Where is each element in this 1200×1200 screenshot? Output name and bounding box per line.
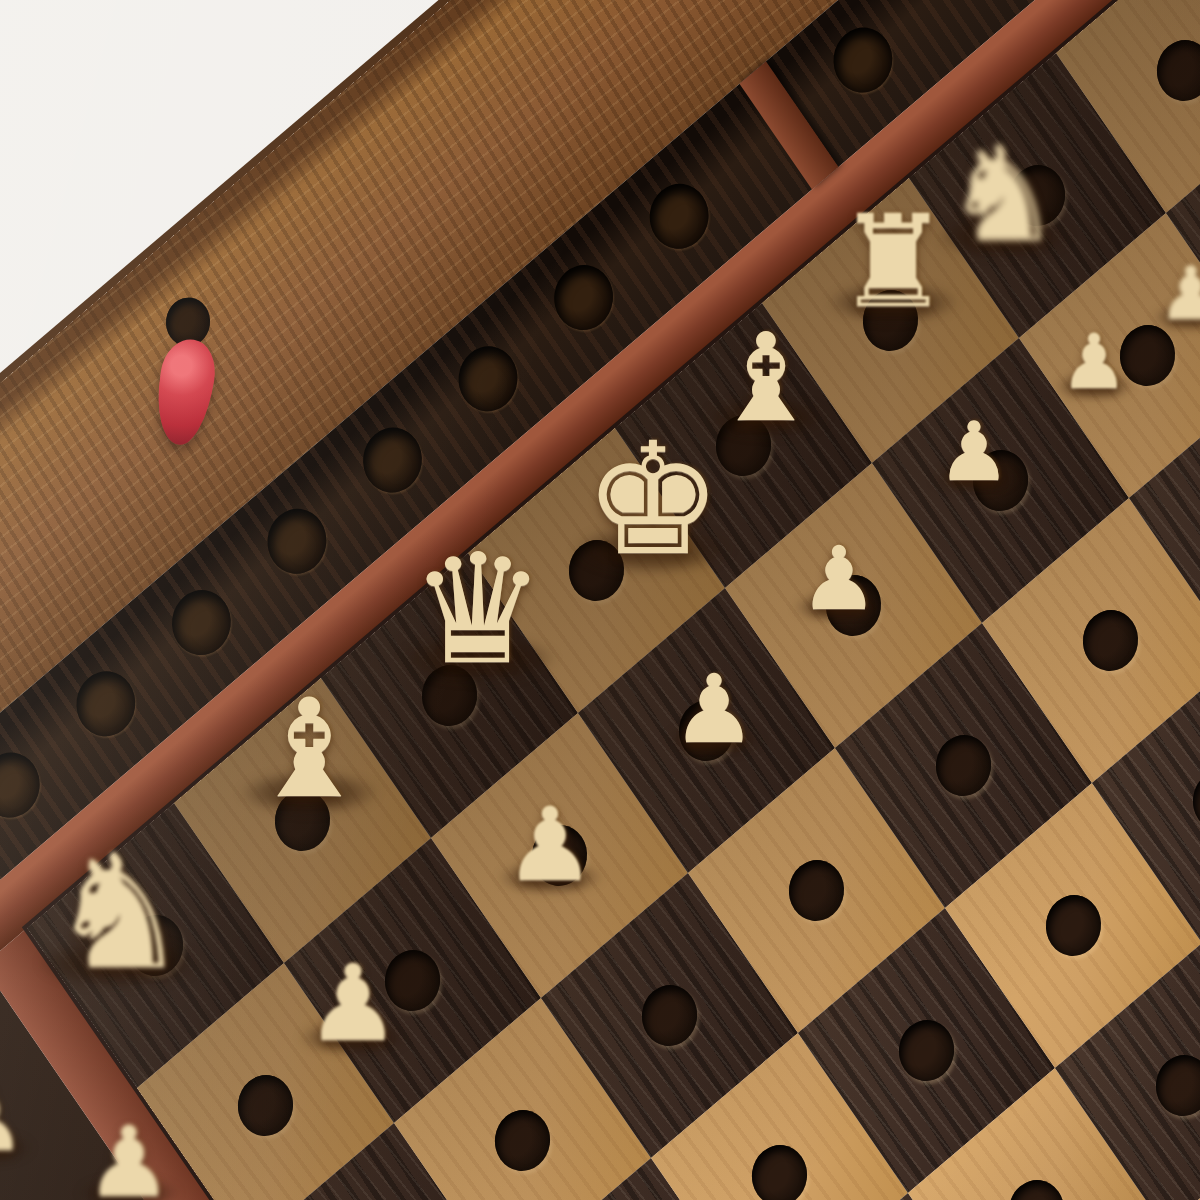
piece-knight-g1[interactable]: ♞ bbox=[944, 128, 1062, 260]
piece-knight-a1[interactable]: ♞ bbox=[48, 833, 190, 991]
piece-pawn-c2[interactable]: ♟ bbox=[671, 662, 756, 757]
pawn-glyph: ♟ bbox=[1158, 256, 1200, 330]
knight-glyph: ♞ bbox=[944, 128, 1062, 260]
piece-pawn-a2[interactable]: ♟ bbox=[305, 951, 400, 1057]
pawn-glyph: ♟ bbox=[1060, 324, 1128, 400]
travel-chess-set-photo: ♞♜♟♟♝♟♚♟♛♟♝♟♞♟♟♟ bbox=[0, 0, 1200, 1200]
bishop-glyph: ♝ bbox=[248, 681, 370, 817]
pawn-glyph: ♟ bbox=[305, 951, 400, 1057]
piece-pawn-edge-left[interactable]: ♟ bbox=[0, 1073, 26, 1165]
piece-pawn-f2[interactable]: ♟ bbox=[1060, 324, 1128, 400]
piece-pawn-edge-bottom[interactable]: ♟ bbox=[85, 1113, 173, 1200]
piece-queen-c1[interactable]: ♛ bbox=[410, 534, 546, 686]
red-peg-piece[interactable] bbox=[150, 335, 220, 448]
pawn-glyph: ♟ bbox=[937, 411, 1011, 493]
piece-pawn-d2[interactable]: ♟ bbox=[800, 535, 879, 623]
pawn-glyph: ♟ bbox=[85, 1113, 173, 1200]
piece-king-d1[interactable]: ♚ bbox=[584, 422, 723, 577]
queen-glyph: ♛ bbox=[410, 534, 546, 686]
pawn-glyph: ♟ bbox=[0, 1073, 26, 1165]
pawn-glyph: ♟ bbox=[504, 794, 595, 896]
piece-overlay: ♞♜♟♟♝♟♚♟♛♟♝♟♞♟♟♟ bbox=[0, 0, 1200, 1200]
rook-glyph: ♜ bbox=[836, 198, 951, 326]
king-glyph: ♚ bbox=[584, 422, 723, 577]
knight-glyph: ♞ bbox=[48, 833, 190, 991]
piece-bishop-b1[interactable]: ♝ bbox=[248, 681, 370, 817]
bishop-glyph: ♝ bbox=[711, 317, 820, 439]
piece-pawn-b2[interactable]: ♟ bbox=[504, 794, 595, 896]
piece-pawn-e2[interactable]: ♟ bbox=[937, 411, 1011, 493]
pawn-glyph: ♟ bbox=[671, 662, 756, 757]
piece-bishop-e1[interactable]: ♝ bbox=[711, 317, 820, 439]
pawn-glyph: ♟ bbox=[800, 535, 879, 623]
piece-pawn-g2[interactable]: ♟ bbox=[1158, 256, 1200, 330]
piece-rook-f1[interactable]: ♜ bbox=[836, 198, 951, 326]
